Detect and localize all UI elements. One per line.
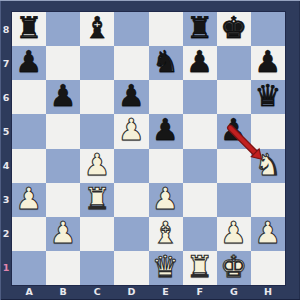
- square-h5[interactable]: [251, 114, 285, 148]
- white-pawn-g2[interactable]: ♟: [220, 218, 247, 248]
- square-h1[interactable]: [251, 251, 285, 285]
- square-f1[interactable]: ♜: [183, 251, 217, 285]
- rank-label-4: 4: [1, 161, 11, 171]
- white-bishop-e2[interactable]: ♝: [152, 218, 179, 248]
- square-d4[interactable]: [114, 149, 148, 183]
- square-a4[interactable]: [12, 149, 46, 183]
- file-label-d: D: [125, 287, 137, 297]
- square-d1[interactable]: [114, 251, 148, 285]
- square-e3[interactable]: ♟: [149, 183, 183, 217]
- square-h2[interactable]: ♟: [251, 217, 285, 251]
- black-pawn-f7[interactable]: ♟: [186, 47, 213, 77]
- black-pawn-e5[interactable]: ♟: [152, 115, 179, 145]
- square-c6[interactable]: [80, 80, 114, 114]
- square-b3[interactable]: [46, 183, 80, 217]
- file-label-h: H: [262, 287, 274, 297]
- square-c7[interactable]: [80, 46, 114, 80]
- square-c2[interactable]: [80, 217, 114, 251]
- file-label-e: E: [160, 287, 172, 297]
- rank-label-2: 2: [1, 229, 11, 239]
- square-d6[interactable]: ♟: [114, 80, 148, 114]
- square-f3[interactable]: [183, 183, 217, 217]
- square-b2[interactable]: ♟: [46, 217, 80, 251]
- black-king-g8[interactable]: ♚: [220, 13, 247, 43]
- square-d2[interactable]: [114, 217, 148, 251]
- square-f8[interactable]: ♜: [183, 12, 217, 46]
- square-g7[interactable]: [217, 46, 251, 80]
- square-h7[interactable]: ♟: [251, 46, 285, 80]
- white-pawn-h2[interactable]: ♟: [254, 218, 281, 248]
- square-d5[interactable]: ♟: [114, 114, 148, 148]
- square-e2[interactable]: ♝: [149, 217, 183, 251]
- square-c8[interactable]: ♝: [80, 12, 114, 46]
- square-e4[interactable]: [149, 149, 183, 183]
- square-a1[interactable]: [12, 251, 46, 285]
- file-label-b: B: [57, 287, 69, 297]
- square-h8[interactable]: [251, 12, 285, 46]
- square-b4[interactable]: [46, 149, 80, 183]
- square-a8[interactable]: ♜: [12, 12, 46, 46]
- square-c1[interactable]: [80, 251, 114, 285]
- square-f2[interactable]: [183, 217, 217, 251]
- rank-label-7: 7: [1, 59, 11, 69]
- square-a5[interactable]: [12, 114, 46, 148]
- black-pawn-g5[interactable]: ♟: [220, 115, 247, 145]
- white-pawn-d5[interactable]: ♟: [118, 115, 145, 145]
- file-label-g: G: [228, 287, 240, 297]
- square-g6[interactable]: [217, 80, 251, 114]
- square-f6[interactable]: [183, 80, 217, 114]
- square-h4[interactable]: ♞: [251, 149, 285, 183]
- white-pawn-c4[interactable]: ♟: [84, 150, 111, 180]
- square-b6[interactable]: ♟: [46, 80, 80, 114]
- white-pawn-e3[interactable]: ♟: [152, 184, 179, 214]
- white-queen-e1[interactable]: ♛: [152, 252, 179, 282]
- rank-label-8: 8: [1, 25, 11, 35]
- rank-label-5: 5: [1, 127, 11, 137]
- square-f5[interactable]: [183, 114, 217, 148]
- square-a6[interactable]: [12, 80, 46, 114]
- file-label-c: C: [91, 287, 103, 297]
- black-pawn-h7[interactable]: ♟: [254, 47, 281, 77]
- square-c5[interactable]: [80, 114, 114, 148]
- square-g4[interactable]: [217, 149, 251, 183]
- square-g1[interactable]: ♚: [217, 251, 251, 285]
- rank-label-3: 3: [1, 195, 11, 205]
- square-a2[interactable]: [12, 217, 46, 251]
- chess-board: ♜♝♜♚♟♞♟♟♟♟♛♟♟♟♟♞♟♜♟♟♝♟♟♛♜♚: [12, 12, 285, 285]
- square-f7[interactable]: ♟: [183, 46, 217, 80]
- white-pawn-b2[interactable]: ♟: [50, 218, 77, 248]
- white-rook-f1[interactable]: ♜: [186, 252, 213, 282]
- file-label-f: F: [194, 287, 206, 297]
- black-queen-h6[interactable]: ♛: [254, 81, 281, 111]
- square-e8[interactable]: [149, 12, 183, 46]
- square-e1[interactable]: ♛: [149, 251, 183, 285]
- black-pawn-b6[interactable]: ♟: [50, 81, 77, 111]
- square-e5[interactable]: ♟: [149, 114, 183, 148]
- black-pawn-a7[interactable]: ♟: [16, 47, 43, 77]
- square-g5[interactable]: ♟: [217, 114, 251, 148]
- square-b5[interactable]: [46, 114, 80, 148]
- black-rook-a8[interactable]: ♜: [16, 13, 43, 43]
- black-rook-f8[interactable]: ♜: [186, 13, 213, 43]
- square-d3[interactable]: [114, 183, 148, 217]
- rank-label-6: 6: [1, 93, 11, 103]
- square-g3[interactable]: [217, 183, 251, 217]
- white-pawn-a3[interactable]: ♟: [16, 184, 43, 214]
- square-d8[interactable]: [114, 12, 148, 46]
- square-b7[interactable]: [46, 46, 80, 80]
- square-f4[interactable]: [183, 149, 217, 183]
- black-knight-e7[interactable]: ♞: [152, 47, 179, 77]
- square-g2[interactable]: ♟: [217, 217, 251, 251]
- square-h6[interactable]: ♛: [251, 80, 285, 114]
- square-b8[interactable]: [46, 12, 80, 46]
- white-rook-c3[interactable]: ♜: [84, 184, 111, 214]
- black-bishop-c8[interactable]: ♝: [84, 13, 111, 43]
- white-knight-h4[interactable]: ♞: [254, 150, 281, 180]
- square-e7[interactable]: ♞: [149, 46, 183, 80]
- square-e6[interactable]: [149, 80, 183, 114]
- square-h3[interactable]: [251, 183, 285, 217]
- black-pawn-d6[interactable]: ♟: [118, 81, 145, 111]
- white-king-g1[interactable]: ♚: [220, 252, 247, 282]
- square-a3[interactable]: ♟: [12, 183, 46, 217]
- square-c4[interactable]: ♟: [80, 149, 114, 183]
- square-c3[interactable]: ♜: [80, 183, 114, 217]
- square-g8[interactable]: ♚: [217, 12, 251, 46]
- square-b1[interactable]: [46, 251, 80, 285]
- square-d7[interactable]: [114, 46, 148, 80]
- file-label-a: A: [23, 287, 35, 297]
- rank-label-1: 1: [1, 263, 11, 273]
- square-a7[interactable]: ♟: [12, 46, 46, 80]
